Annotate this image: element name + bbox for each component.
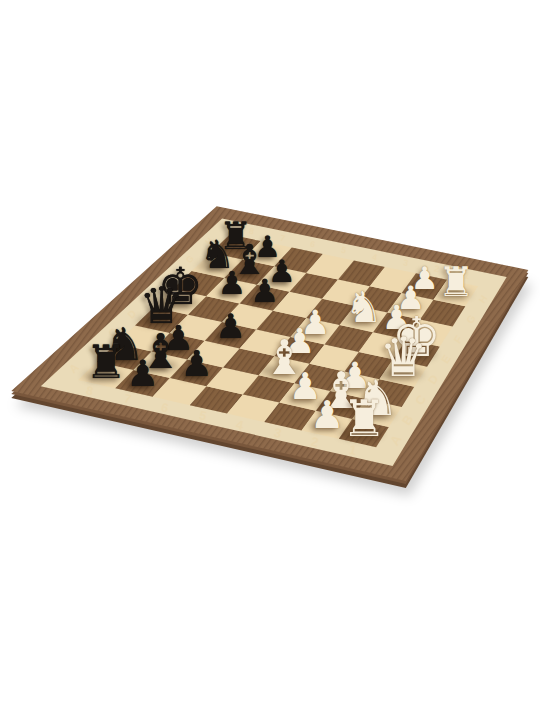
piece-white-rook-h1[interactable]: ♜ (438, 262, 475, 303)
piece-black-pawn-f6[interactable]: ♟ (251, 274, 280, 306)
piece-white-rook-a1[interactable]: ♜ (342, 394, 387, 444)
piece-white-pawn-a2[interactable]: ♟ (310, 396, 344, 434)
product-photo-stage: AABBCCDDEEFFGGHH8877665544332211 ♜♟♞♝♟♟♟… (0, 0, 540, 720)
piece-black-pawn-d6[interactable]: ♟ (216, 310, 246, 344)
piece-black-pawn-f7[interactable]: ♟ (218, 268, 246, 300)
piece-black-pawn-b6[interactable]: ♟ (181, 346, 213, 382)
piece-white-knight-f3[interactable]: ♞ (345, 286, 383, 329)
piece-black-rook-a8[interactable]: ♜ (85, 339, 127, 385)
piece-black-pawn-a7[interactable]: ♟ (127, 356, 159, 392)
